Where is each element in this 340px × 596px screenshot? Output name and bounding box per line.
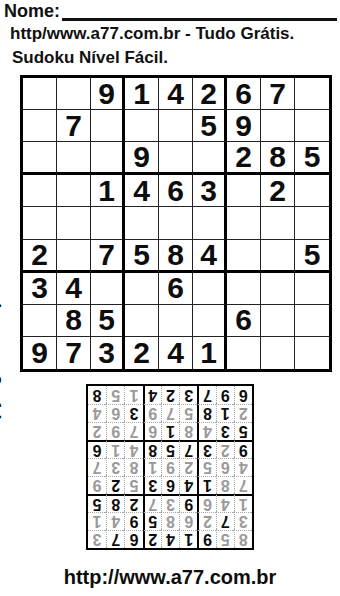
puzzle-cell-r5c7 (227, 207, 261, 239)
puzzle-grid: 914267759928514632275845346856973241 (20, 75, 332, 372)
solution-cell-r1c1: 8 (234, 530, 252, 548)
puzzle-cell-r1c5: 4 (159, 78, 193, 110)
solution-cell-r6c8: 1 (106, 440, 124, 458)
solution-cell-r5c8: 3 (106, 458, 124, 476)
puzzle-cell-r3c8: 8 (261, 142, 295, 175)
solution-cell-r5c2: 6 (216, 458, 234, 476)
solution-cell-r9c9: 8 (88, 386, 106, 404)
puzzle-cell-r1c2 (57, 78, 91, 110)
puzzle-cell-r8c6 (193, 305, 227, 337)
puzzle-cell-r2c2: 7 (57, 110, 91, 142)
puzzle-cell-r4c5: 6 (159, 175, 193, 207)
solution-cell-r3c3: 6 (197, 494, 215, 512)
puzzle-cell-r5c9 (295, 207, 329, 239)
puzzle-cell-r2c3 (91, 110, 125, 142)
puzzle-cell-r8c9 (295, 305, 329, 337)
puzzle-cell-r1c9 (295, 78, 329, 110)
name-row: Nome: (4, 1, 337, 21)
solution-cell-r4c8: 2 (106, 476, 124, 494)
solution-cell-r3c8: 8 (106, 494, 124, 512)
puzzle-cell-r4c8: 2 (261, 175, 295, 207)
solution-cell-r8c5: 7 (161, 404, 179, 422)
puzzle-cell-r3c5 (159, 142, 193, 175)
solution-cell-r4c1: 7 (234, 476, 252, 494)
puzzle-cell-r7c8 (261, 273, 295, 305)
puzzle-cell-r9c6: 1 (193, 337, 227, 369)
solution-cell-r3c5: 3 (161, 494, 179, 512)
puzzle-cell-r5c2 (57, 207, 91, 239)
solution-cell-r4c5: 6 (161, 476, 179, 494)
puzzle-cell-r5c1 (23, 207, 57, 239)
puzzle-cell-r8c4 (125, 305, 159, 337)
puzzle-cell-r3c1 (23, 142, 57, 175)
puzzle-cell-r9c4: 2 (125, 337, 159, 369)
solution-cell-r8c4: 5 (179, 404, 197, 422)
puzzle-cell-r5c6 (193, 207, 227, 239)
puzzle-cell-r4c6: 3 (193, 175, 227, 207)
solution-cell-r6c1: 9 (234, 440, 252, 458)
solution-cell-r7c8: 9 (106, 422, 124, 440)
solution-cell-r1c9: 3 (88, 530, 106, 548)
solution-cell-r3c6: 7 (143, 494, 161, 512)
puzzle-cell-r7c7 (227, 273, 261, 305)
puzzle-cell-r6c5: 8 (159, 240, 193, 273)
solution-cell-r9c3: 7 (197, 386, 215, 404)
solution-cell-r3c2: 4 (216, 494, 234, 512)
puzzle-cell-r4c9 (295, 175, 329, 207)
puzzle-cell-r2c7: 9 (227, 110, 261, 142)
puzzle-cell-r7c1: 3 (23, 273, 57, 305)
puzzle-cell-r7c2: 4 (57, 273, 91, 305)
puzzle-cell-r9c5: 4 (159, 337, 193, 369)
puzzle-cell-r8c1 (23, 305, 57, 337)
puzzle-cell-r9c9 (295, 337, 329, 369)
puzzle-cell-r6c1: 2 (23, 240, 57, 273)
solution-cell-r1c3: 9 (197, 530, 215, 548)
puzzle-cell-r5c3 (91, 207, 125, 239)
name-blank-line (62, 2, 337, 21)
solution-cell-r8c7: 3 (124, 404, 142, 422)
solution-cell-r5c1: 4 (234, 458, 252, 476)
solution-cell-r6c7: 4 (124, 440, 142, 458)
copyright-vertical-text: Copyright © http://www.a77.com.br (0, 84, 1, 444)
solution-cell-r2c4: 6 (179, 512, 197, 530)
solution-cell-r6c9: 6 (88, 440, 106, 458)
solution-cell-r2c2: 7 (216, 512, 234, 530)
solution-cell-r6c6: 8 (143, 440, 161, 458)
solution-cell-r4c9: 9 (88, 476, 106, 494)
puzzle-cell-r7c6 (193, 273, 227, 305)
solution-cell-r1c2: 5 (216, 530, 234, 548)
solution-cell-r6c5: 5 (161, 440, 179, 458)
puzzle-cell-r6c8 (261, 240, 295, 273)
solution-cell-r4c6: 3 (143, 476, 161, 494)
solution-cell-r7c1: 5 (234, 422, 252, 440)
solution-cell-r3c7: 2 (124, 494, 142, 512)
solution-cell-r2c6: 5 (143, 512, 161, 530)
puzzle-cell-r2c6: 5 (193, 110, 227, 142)
solution-cell-r8c9: 4 (88, 404, 106, 422)
solution-cell-r7c5: 1 (161, 422, 179, 440)
puzzle-cell-r4c4: 4 (125, 175, 159, 207)
solution-cell-r4c2: 8 (216, 476, 234, 494)
solution-cell-r8c3: 8 (197, 404, 215, 422)
puzzle-cell-r4c7 (227, 175, 261, 207)
puzzle-cell-r4c3: 1 (91, 175, 125, 207)
puzzle-cell-r7c4 (125, 273, 159, 305)
solution-cell-r9c7: 1 (124, 386, 142, 404)
puzzle-cell-r1c8: 7 (261, 78, 295, 110)
puzzle-cell-r2c4 (125, 110, 159, 142)
solution-cell-r9c8: 5 (106, 386, 124, 404)
solution-cell-r2c1: 3 (234, 512, 252, 530)
solution-cell-r5c9: 7 (88, 458, 106, 476)
puzzle-cell-r9c3: 3 (91, 337, 125, 369)
solution-cell-r1c7: 6 (124, 530, 142, 548)
puzzle-cell-r6c9: 5 (295, 240, 329, 273)
footer-url: http://www.a77.com.br (0, 566, 340, 589)
solution-cell-r6c4: 7 (179, 440, 197, 458)
puzzle-cell-r4c2 (57, 175, 91, 207)
puzzle-cell-r8c7: 6 (227, 305, 261, 337)
puzzle-cell-r3c3 (91, 142, 125, 175)
puzzle-cell-r6c4: 5 (125, 240, 159, 273)
solution-cell-r8c8: 6 (106, 404, 124, 422)
puzzle-cell-r2c9 (295, 110, 329, 142)
puzzle-cell-r4c1 (23, 175, 57, 207)
solution-cell-r7c4: 8 (179, 422, 197, 440)
puzzle-cell-r3c6 (193, 142, 227, 175)
puzzle-cell-r5c4 (125, 207, 159, 239)
solution-cell-r9c5: 2 (161, 386, 179, 404)
solution-cell-r4c4: 4 (179, 476, 197, 494)
solution-cell-r6c2: 2 (216, 440, 234, 458)
puzzle-cell-r3c4: 9 (125, 142, 159, 175)
puzzle-cell-r1c4: 1 (125, 78, 159, 110)
puzzle-cell-r2c1 (23, 110, 57, 142)
solution-cell-r9c2: 9 (216, 386, 234, 404)
solution-cell-r1c6: 2 (143, 530, 161, 548)
solution-cell-r5c6: 1 (143, 458, 161, 476)
solution-cell-r8c2: 1 (216, 404, 234, 422)
puzzle-cell-r1c7: 6 (227, 78, 261, 110)
puzzle-title: Sudoku Nível Fácil. (12, 48, 168, 68)
puzzle-cell-r9c1: 9 (23, 337, 57, 369)
puzzle-cell-r1c3: 9 (91, 78, 125, 110)
puzzle-cell-r8c3: 5 (91, 305, 125, 337)
solution-cell-r1c5: 4 (161, 530, 179, 548)
solution-cell-r7c6: 6 (143, 422, 161, 440)
solution-cell-r8c1: 2 (234, 404, 252, 422)
solution-cell-r3c4: 9 (179, 494, 197, 512)
solution-cell-r3c1: 1 (234, 494, 252, 512)
solution-cell-r4c3: 1 (197, 476, 215, 494)
puzzle-cell-r6c6: 4 (193, 240, 227, 273)
puzzle-cell-r3c2 (57, 142, 91, 175)
puzzle-cell-r3c9: 5 (295, 142, 329, 175)
solution-cell-r9c1: 6 (234, 386, 252, 404)
puzzle-cell-r7c5: 6 (159, 273, 193, 305)
solution-cell-r2c5: 8 (161, 512, 179, 530)
solution-cell-r5c5: 9 (161, 458, 179, 476)
page: Nome: http/www.a77.com.br - Tudo Grátis.… (0, 0, 340, 596)
solution-cell-r1c4: 1 (179, 530, 197, 548)
site-headline: http/www.a77.com.br - Tudo Grátis. (10, 24, 294, 44)
solution-cell-r5c3: 5 (197, 458, 215, 476)
puzzle-cell-r8c8 (261, 305, 295, 337)
puzzle-cell-r5c5 (159, 207, 193, 239)
solution-cell-r7c9: 2 (88, 422, 106, 440)
puzzle-cell-r1c1 (23, 78, 57, 110)
puzzle-cell-r6c3: 7 (91, 240, 125, 273)
solution-cell-r7c2: 3 (216, 422, 234, 440)
puzzle-cell-r9c8 (261, 337, 295, 369)
puzzle-cell-r6c2 (57, 240, 91, 273)
solution-cell-r4c7: 5 (124, 476, 142, 494)
solution-cell-r9c6: 4 (143, 386, 161, 404)
solution-cell-r9c4: 3 (179, 386, 197, 404)
puzzle-cell-r9c2: 7 (57, 337, 91, 369)
solution-cell-r7c7: 7 (124, 422, 142, 440)
puzzle-cell-r7c9 (295, 273, 329, 305)
puzzle-cell-r9c7 (227, 337, 261, 369)
solution-cell-r6c3: 3 (197, 440, 215, 458)
solution-cell-r8c6: 9 (143, 404, 161, 422)
puzzle-cell-r2c8 (261, 110, 295, 142)
solution-grid-rotated: 8591426733726859411469372857814635294652… (86, 384, 254, 550)
puzzle-cell-r1c6: 2 (193, 78, 227, 110)
solution-cell-r1c8: 7 (106, 530, 124, 548)
solution-cell-r2c3: 2 (197, 512, 215, 530)
puzzle-cell-r7c3 (91, 273, 125, 305)
solution-cell-r2c8: 4 (106, 512, 124, 530)
solution-cell-r5c7: 8 (124, 458, 142, 476)
solution-cell-r2c7: 9 (124, 512, 142, 530)
solution-cell-r3c9: 5 (88, 494, 106, 512)
puzzle-cell-r6c7 (227, 240, 261, 273)
puzzle-cell-r8c5 (159, 305, 193, 337)
solution-cell-r7c3: 4 (197, 422, 215, 440)
solution-cell-r2c9: 1 (88, 512, 106, 530)
puzzle-cell-r5c8 (261, 207, 295, 239)
puzzle-cell-r3c7: 2 (227, 142, 261, 175)
solution-cell-r5c4: 2 (179, 458, 197, 476)
puzzle-cell-r8c2: 8 (57, 305, 91, 337)
puzzle-cell-r2c5 (159, 110, 193, 142)
name-label: Nome: (4, 1, 60, 21)
